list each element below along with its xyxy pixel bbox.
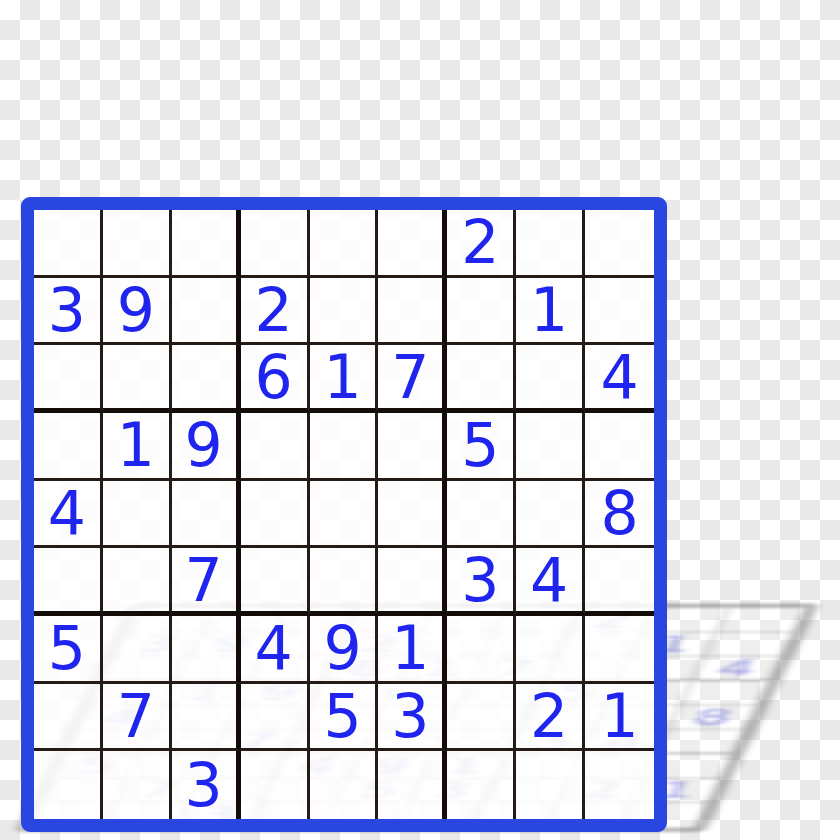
cell-r1c4[interactable]: [241, 210, 310, 278]
cell-r3c9: 4: [694, 657, 780, 681]
cell-r8c6[interactable]: 3: [378, 684, 447, 752]
cell-r7c3[interactable]: [172, 616, 241, 684]
cell-r6c8[interactable]: 4: [516, 548, 585, 616]
cell-r5c8[interactable]: [516, 481, 585, 549]
sudoku-grid: 239216174195487345491753213: [34, 210, 654, 819]
cell-r4c6[interactable]: [378, 413, 447, 481]
cell-r6c7[interactable]: 3: [447, 548, 516, 616]
cell-r1c7[interactable]: 2: [447, 210, 516, 278]
cell-r2c4[interactable]: 2: [241, 278, 310, 346]
cell-r2c1[interactable]: 3: [34, 278, 103, 346]
cell-r2c5[interactable]: [310, 278, 379, 346]
cell-r4c5[interactable]: [310, 413, 379, 481]
cell-r8c8[interactable]: 2: [516, 684, 585, 752]
cell-r3c8[interactable]: [516, 345, 585, 413]
cell-r2c9: [706, 632, 792, 656]
cell-r2c2[interactable]: 9: [103, 278, 172, 346]
cell-r1c5[interactable]: [310, 210, 379, 278]
cell-r5c2[interactable]: [103, 481, 172, 549]
cell-r9c6[interactable]: [378, 751, 447, 819]
cell-r1c3[interactable]: [172, 210, 241, 278]
cell-r5c4[interactable]: [241, 481, 310, 549]
cell-r7c7[interactable]: [447, 616, 516, 684]
cell-r4c4[interactable]: [241, 413, 310, 481]
cell-r3c7[interactable]: [447, 345, 516, 413]
sudoku-board: 239216174195487345491753213: [21, 197, 667, 832]
cell-r6c3[interactable]: 7: [172, 548, 241, 616]
cell-r8c2[interactable]: 7: [103, 684, 172, 752]
cell-r3c9[interactable]: 4: [585, 345, 654, 413]
cell-r9c1[interactable]: [34, 751, 103, 819]
cell-r7c8[interactable]: [516, 616, 585, 684]
cell-r8c9[interactable]: 1: [585, 684, 654, 752]
cell-r2c9[interactable]: [585, 278, 654, 346]
cell-r2c8[interactable]: 1: [516, 278, 585, 346]
cell-r4c9: [682, 681, 768, 705]
sudoku-image: 239216174195487345491753213 239216174195…: [0, 0, 840, 840]
cell-r4c9[interactable]: [585, 413, 654, 481]
cell-r1c1[interactable]: [34, 210, 103, 278]
cell-r3c1[interactable]: [34, 345, 103, 413]
cell-r4c1[interactable]: [34, 413, 103, 481]
cell-r6c5[interactable]: [310, 548, 379, 616]
cell-r5c7[interactable]: [447, 481, 516, 549]
cell-r1c9[interactable]: [585, 210, 654, 278]
cell-r3c4[interactable]: 6: [241, 345, 310, 413]
cell-r1c9: [718, 608, 804, 632]
cell-r9c5[interactable]: [310, 751, 379, 819]
cell-r9c4[interactable]: [241, 751, 310, 819]
cell-r6c1[interactable]: [34, 548, 103, 616]
cell-r3c5[interactable]: 1: [310, 345, 379, 413]
cell-r5c3[interactable]: [172, 481, 241, 549]
cell-r7c4[interactable]: 4: [241, 616, 310, 684]
cell-r7c9[interactable]: [585, 616, 654, 684]
cell-r8c1[interactable]: [34, 684, 103, 752]
cell-r7c6[interactable]: 1: [378, 616, 447, 684]
cell-r3c6[interactable]: 7: [378, 345, 447, 413]
cell-r6c9[interactable]: [585, 548, 654, 616]
cell-r6c2[interactable]: [103, 548, 172, 616]
cell-r8c7[interactable]: [447, 684, 516, 752]
cell-r4c3[interactable]: 9: [172, 413, 241, 481]
cell-r6c4[interactable]: [241, 548, 310, 616]
cell-r8c5[interactable]: 5: [310, 684, 379, 752]
cell-r5c9[interactable]: 8: [585, 481, 654, 549]
cell-r2c6[interactable]: [378, 278, 447, 346]
cell-r4c7[interactable]: 5: [447, 413, 516, 481]
cell-r2c7[interactable]: [447, 278, 516, 346]
cell-r5c9: 8: [669, 706, 755, 730]
cell-r8c4[interactable]: [241, 684, 310, 752]
cell-r4c2[interactable]: 1: [103, 413, 172, 481]
cell-r5c1[interactable]: 4: [34, 481, 103, 549]
cell-r9c2[interactable]: [103, 751, 172, 819]
cell-r2c3[interactable]: [172, 278, 241, 346]
cell-r9c7[interactable]: [447, 751, 516, 819]
cell-r1c6[interactable]: [378, 210, 447, 278]
cell-r9c8[interactable]: [516, 751, 585, 819]
cell-r7c2[interactable]: [103, 616, 172, 684]
cell-r3c2[interactable]: [103, 345, 172, 413]
cell-r5c6[interactable]: [378, 481, 447, 549]
cell-r8c3[interactable]: [172, 684, 241, 752]
cell-r3c3[interactable]: [172, 345, 241, 413]
cell-r7c5[interactable]: 9: [310, 616, 379, 684]
cell-r9c9[interactable]: [585, 751, 654, 819]
cell-r7c1[interactable]: 5: [34, 616, 103, 684]
cell-r9c3[interactable]: 3: [172, 751, 241, 819]
cell-r1c8[interactable]: [516, 210, 585, 278]
cell-r6c9: [657, 730, 743, 754]
cell-r6c6[interactable]: [378, 548, 447, 616]
cell-r4c8[interactable]: [516, 413, 585, 481]
cell-r1c2[interactable]: [103, 210, 172, 278]
cell-r5c5[interactable]: [310, 481, 379, 549]
